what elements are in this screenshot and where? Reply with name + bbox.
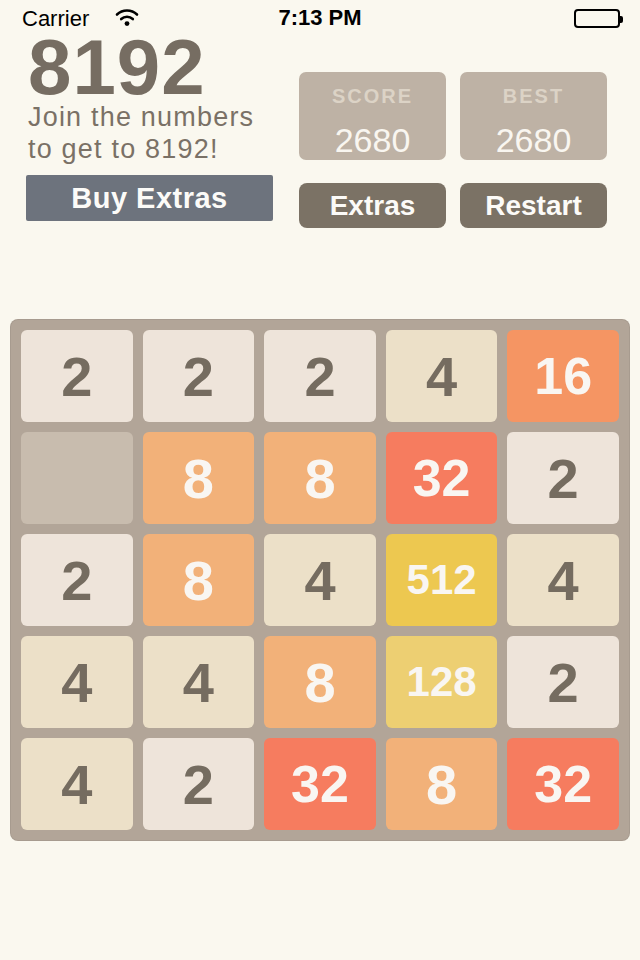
tile-8-r4c3: 8 (264, 636, 376, 728)
game-board[interactable]: 22241688322284512444812824232832 (10, 319, 630, 841)
tile-2-r1c1: 2 (21, 330, 133, 422)
tile-2-r1c2: 2 (143, 330, 255, 422)
best-label: BEST (460, 85, 607, 108)
best-box: BEST 2680 (460, 72, 607, 160)
tile-4-r3c3: 4 (264, 534, 376, 626)
tile-8-r2c2: 8 (143, 432, 255, 524)
tile-8-r3c2: 8 (143, 534, 255, 626)
tile-2-r4c5: 2 (507, 636, 619, 728)
tile-2-r1c3: 2 (264, 330, 376, 422)
tile-32-r5c3: 32 (264, 738, 376, 830)
score-value: 2680 (299, 121, 446, 160)
tile-2-r2c5: 2 (507, 432, 619, 524)
best-value: 2680 (460, 121, 607, 160)
tile-4-r3c5: 4 (507, 534, 619, 626)
tile-512-r3c4: 512 (386, 534, 498, 626)
score-box: SCORE 2680 (299, 72, 446, 160)
tile-2-r5c2: 2 (143, 738, 255, 830)
board-grid[interactable]: 22241688322284512444812824232832 (21, 330, 619, 830)
subtitle: Join the numbers to get to 8192! (28, 101, 254, 165)
tile-4-r4c1: 4 (21, 636, 133, 728)
tile-32-r5c5: 32 (507, 738, 619, 830)
tile-4-r1c4: 4 (386, 330, 498, 422)
restart-button[interactable]: Restart (460, 183, 607, 228)
score-label: SCORE (299, 85, 446, 108)
tile-16-r1c5: 16 (507, 330, 619, 422)
tile-8-r5c4: 8 (386, 738, 498, 830)
empty-cell-r2c1 (21, 432, 133, 524)
battery-icon (574, 9, 620, 28)
buy-extras-button[interactable]: Buy Extras (26, 175, 273, 221)
tile-4-r4c2: 4 (143, 636, 255, 728)
tile-4-r5c1: 4 (21, 738, 133, 830)
subtitle-line2: to get to 8192! (28, 133, 254, 165)
page-title: 8192 (28, 30, 206, 104)
subtitle-line1: Join the numbers (28, 101, 254, 133)
tile-8-r2c3: 8 (264, 432, 376, 524)
tile-32-r2c4: 32 (386, 432, 498, 524)
battery-nub (620, 16, 623, 23)
tile-128-r4c4: 128 (386, 636, 498, 728)
app-screen: Carrier 7:13 PM 8192 Join the numbers to… (0, 0, 640, 960)
tile-2-r3c1: 2 (21, 534, 133, 626)
extras-button[interactable]: Extras (299, 183, 446, 228)
